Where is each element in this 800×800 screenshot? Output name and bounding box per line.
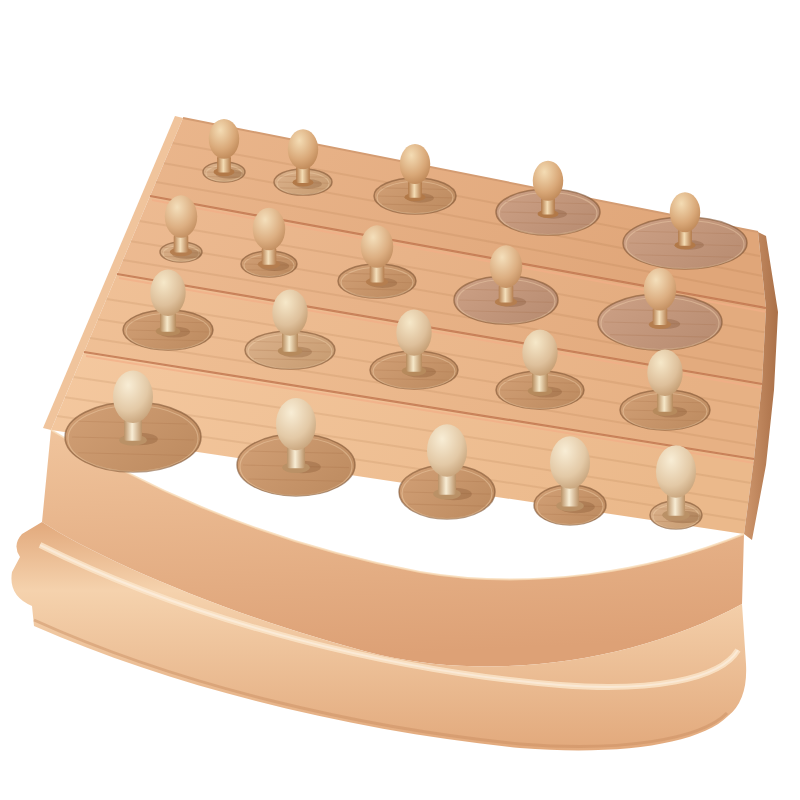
product-photo	[0, 0, 800, 800]
knob-head	[396, 309, 431, 355]
knob-head	[490, 245, 522, 288]
knob-head	[165, 195, 197, 238]
knob-head	[550, 436, 590, 488]
knob-head	[656, 445, 696, 497]
knob-head	[522, 329, 557, 375]
cylinder-block-scene	[0, 0, 800, 800]
knob-head	[670, 192, 700, 232]
knob-head	[276, 398, 316, 450]
knob-head	[427, 424, 467, 476]
knob-head	[647, 350, 682, 396]
cylinder-row1-col5[interactable]	[623, 192, 747, 269]
cylinder-row1-col4[interactable]	[496, 161, 600, 235]
knob-head	[644, 268, 676, 311]
knob-head	[533, 161, 563, 201]
knob-head	[113, 370, 153, 422]
knob-head	[288, 129, 318, 169]
knob-head	[150, 270, 185, 316]
knob-head	[209, 119, 239, 159]
knob-head	[272, 289, 307, 335]
knob-head	[253, 208, 285, 251]
knob-head	[361, 225, 393, 268]
knob-head	[400, 144, 430, 184]
